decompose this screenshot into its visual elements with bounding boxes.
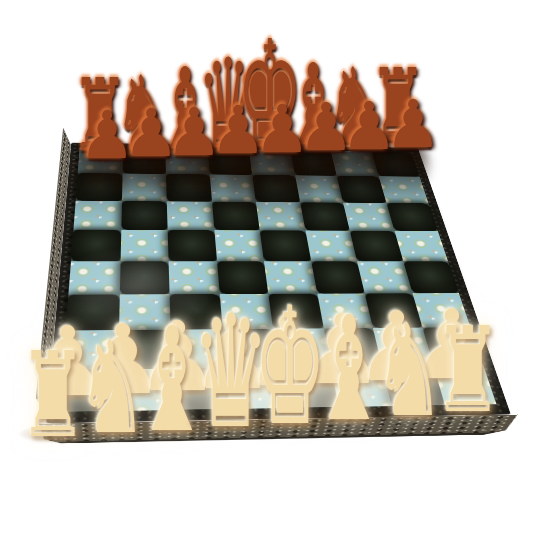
pawn-glyph: ♟	[385, 92, 441, 158]
photo-stage: ♜♞♝♛♚♝♞♜♟♟♟♟♟♟♟♟♟♟♟♟♟♟♟♟♜♞♝♛♚♝♞♜	[0, 0, 533, 533]
pieces-layer: ♜♞♝♛♚♝♞♜♟♟♟♟♟♟♟♟♟♟♟♟♟♟♟♟♜♞♝♛♚♝♞♜	[0, 0, 533, 533]
rook-glyph: ♜	[434, 311, 503, 429]
